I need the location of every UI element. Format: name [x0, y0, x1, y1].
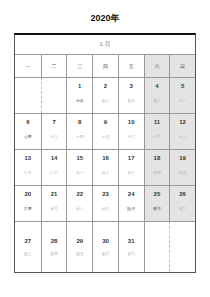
weekday-header-2: 二 — [41, 55, 67, 77]
day-number: 10 — [128, 118, 135, 126]
lunar-date-label: 十五 — [101, 134, 109, 140]
lunar-date-label: 廿五 — [179, 170, 187, 176]
day-number: 20 — [25, 190, 32, 198]
day-number: 25 — [154, 190, 161, 198]
day-number: 17 — [128, 154, 135, 162]
day-cell-22[interactable]: 22廿八 — [66, 185, 92, 221]
day-number: 29 — [76, 237, 83, 245]
festival-label: 小寒 — [24, 134, 32, 140]
empty-cell — [144, 221, 170, 272]
day-number: 26 — [179, 190, 186, 198]
lunar-date-label: 廿二 — [101, 170, 109, 176]
lunar-date-label: 初三 — [24, 251, 32, 257]
festival-label: 大寒 — [24, 206, 32, 212]
day-cell-15[interactable]: 15廿一 — [66, 149, 92, 185]
day-cell-18[interactable]: 18廿四 — [144, 149, 170, 185]
lunar-date-label: 廿八 — [76, 206, 84, 212]
festival-label: 元旦 — [76, 98, 84, 104]
day-cell-2[interactable]: 2初八 — [92, 77, 118, 113]
day-number: 12 — [179, 118, 186, 126]
day-cell-13[interactable]: 13十九 — [15, 149, 41, 185]
lunar-date-label: 十六 — [127, 134, 135, 140]
empty-cell — [169, 221, 195, 272]
month-label: 1 月 — [15, 35, 195, 55]
lunar-date-label: 廿四 — [153, 170, 161, 176]
day-number: 15 — [76, 154, 83, 162]
day-number: 30 — [102, 237, 109, 245]
day-cell-19[interactable]: 19廿五 — [169, 149, 195, 185]
day-number: 2 — [104, 82, 107, 90]
weekday-header-3: 三 — [66, 55, 92, 77]
weekday-header-6: 六 — [144, 55, 170, 77]
day-cell-27[interactable]: 27初三 — [15, 221, 41, 272]
day-cell-31[interactable]: 31初七 — [118, 221, 144, 272]
day-cell-4[interactable]: 4初十 — [144, 77, 170, 113]
day-cell-1[interactable]: 1元旦 — [66, 77, 92, 113]
day-number: 3 — [130, 82, 133, 90]
lunar-date-label: 初九 — [127, 98, 135, 104]
lunar-date-label: 十一 — [179, 98, 187, 104]
day-number: 22 — [76, 190, 83, 198]
day-number: 19 — [179, 154, 186, 162]
weekday-header-5: 五 — [118, 55, 144, 77]
day-cell-30[interactable]: 30初六 — [92, 221, 118, 272]
day-cell-17[interactable]: 17廿三 — [118, 149, 144, 185]
calendar-table: 1 月 一二三四五六日1元旦2初八3初九4初十5十一6小寒7十三8十四9十五10… — [14, 33, 196, 273]
lunar-date-label: 十七 — [153, 134, 161, 140]
day-number: 14 — [51, 154, 58, 162]
lunar-date-label: 初五 — [76, 251, 84, 257]
lunar-date-label: 初十 — [153, 98, 161, 104]
day-number: 21 — [51, 190, 58, 198]
day-number: 11 — [154, 118, 160, 126]
day-cell-29[interactable]: 29初五 — [66, 221, 92, 272]
weekday-header-4: 四 — [92, 55, 118, 77]
day-number: 4 — [155, 82, 158, 90]
festival-label: 除夕 — [127, 206, 135, 212]
lunar-date-label: 二十 — [50, 170, 58, 176]
day-cell-14[interactable]: 14二十 — [41, 149, 67, 185]
day-number: 9 — [104, 118, 107, 126]
lunar-date-label: 廿九 — [101, 206, 109, 212]
lunar-date-label: 十八 — [179, 134, 187, 140]
day-cell-9[interactable]: 9十五 — [92, 113, 118, 149]
day-number: 23 — [102, 190, 109, 198]
empty-cell — [15, 77, 41, 113]
day-cell-6[interactable]: 6小寒 — [15, 113, 41, 149]
day-cell-12[interactable]: 12十八 — [169, 113, 195, 149]
day-number: 7 — [52, 118, 55, 126]
day-cell-8[interactable]: 8十四 — [66, 113, 92, 149]
day-number: 1 — [78, 82, 81, 90]
day-cell-28[interactable]: 28初四 — [41, 221, 67, 272]
lunar-date-label: 廿三 — [127, 170, 135, 176]
day-cell-16[interactable]: 16廿二 — [92, 149, 118, 185]
day-number: 27 — [25, 237, 32, 245]
day-cell-10[interactable]: 10十六 — [118, 113, 144, 149]
festival-label: 春节 — [153, 206, 161, 212]
day-number: 13 — [25, 154, 32, 162]
lunar-date-label: 初二 — [179, 206, 187, 212]
lunar-date-label: 廿七 — [50, 206, 58, 212]
day-cell-3[interactable]: 3初九 — [118, 77, 144, 113]
day-number: 8 — [78, 118, 81, 126]
empty-cell — [41, 77, 67, 113]
day-number: 28 — [51, 237, 58, 245]
day-cell-23[interactable]: 23廿九 — [92, 185, 118, 221]
lunar-date-label: 十九 — [24, 170, 32, 176]
day-number: 5 — [181, 82, 184, 90]
calendar-page: 2020年 1 月 一二三四五六日1元旦2初八3初九4初十5十一6小寒7十三8十… — [0, 0, 210, 297]
day-cell-25[interactable]: 25春节 — [144, 185, 170, 221]
day-cell-24[interactable]: 24除夕 — [118, 185, 144, 221]
lunar-date-label: 十三 — [50, 134, 58, 140]
day-number: 31 — [128, 237, 135, 245]
day-cell-7[interactable]: 7十三 — [41, 113, 67, 149]
day-number: 18 — [154, 154, 161, 162]
weekday-header-1: 一 — [15, 55, 41, 77]
day-cell-21[interactable]: 21廿七 — [41, 185, 67, 221]
lunar-date-label: 初八 — [101, 98, 109, 104]
day-cell-11[interactable]: 11十七 — [144, 113, 170, 149]
lunar-date-label: 初六 — [101, 251, 109, 257]
lunar-date-label: 初七 — [127, 251, 135, 257]
day-cell-20[interactable]: 20大寒 — [15, 185, 41, 221]
day-number: 6 — [26, 118, 29, 126]
calendar-grid: 一二三四五六日1元旦2初八3初九4初十5十一6小寒7十三8十四9十五10十六11… — [15, 55, 195, 272]
lunar-date-label: 初四 — [50, 251, 58, 257]
day-number: 24 — [128, 190, 135, 198]
lunar-date-label: 十四 — [76, 134, 84, 140]
day-cell-5[interactable]: 5十一 — [169, 77, 195, 113]
day-cell-26[interactable]: 26初二 — [169, 185, 195, 221]
lunar-date-label: 廿一 — [76, 170, 84, 176]
weekday-header-7: 日 — [169, 55, 195, 77]
day-number: 16 — [102, 154, 109, 162]
year-title: 2020年 — [0, 12, 210, 25]
